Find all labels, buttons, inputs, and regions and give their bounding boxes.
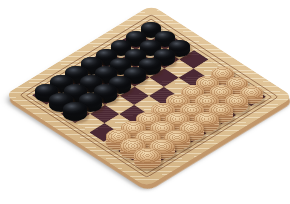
checker-natural [134,148,161,169]
checker-black [63,102,87,121]
checkers-set-photo [0,0,290,204]
checker-natural-top-face [134,148,161,164]
checker-black-top-face [63,102,87,116]
pieces-layer [0,0,290,204]
